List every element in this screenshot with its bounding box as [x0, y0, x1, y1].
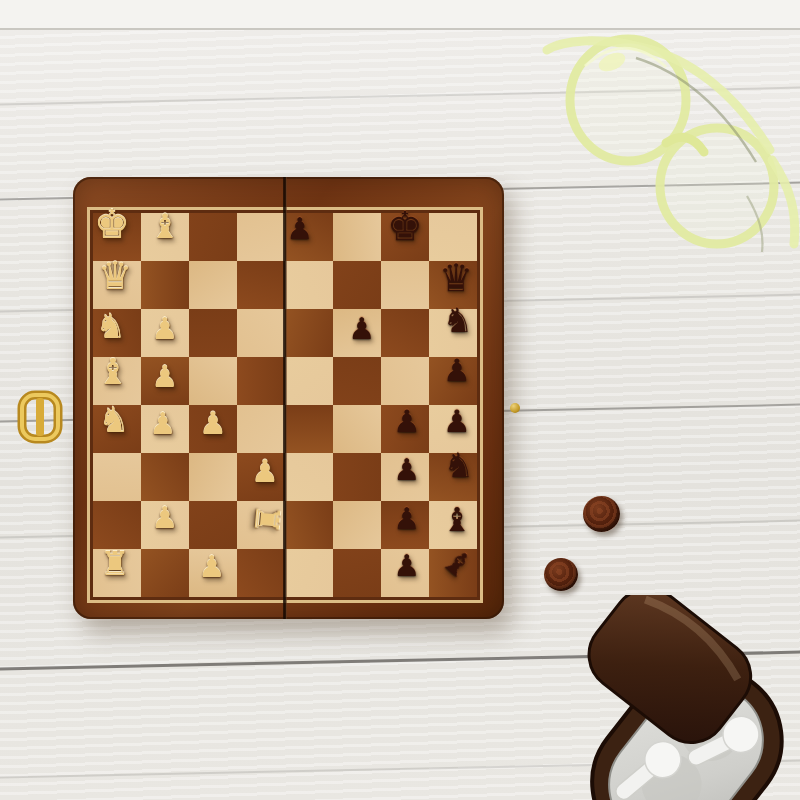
square-e3[interactable] — [285, 453, 333, 501]
white-knight-a4[interactable]: ♞ — [98, 403, 129, 438]
square-e6[interactable] — [285, 309, 333, 357]
square-e1[interactable] — [285, 549, 333, 597]
white-knight-a6[interactable]: ♞ — [96, 309, 126, 343]
square-e2[interactable] — [285, 501, 333, 549]
white-king-a8[interactable]: ♚ — [94, 204, 130, 244]
white-pawn-b5[interactable]: ♟ — [152, 362, 179, 392]
black-pawn-g2[interactable]: ♟ — [394, 504, 421, 534]
chess-board[interactable]: ♚♝♟♚♛♛♞♟♟♞♝♟♟♞♟♟♟♟♟♟♞♟♜♟♝♜♟♟♝ — [73, 177, 504, 619]
square-a2[interactable] — [93, 501, 141, 549]
square-f8[interactable] — [333, 213, 381, 261]
square-c6[interactable] — [189, 309, 237, 357]
square-d6[interactable] — [237, 309, 285, 357]
black-knight-h6[interactable]: ♞ — [443, 303, 473, 337]
square-d8[interactable] — [237, 213, 285, 261]
white-bishop-a5[interactable]: ♝ — [97, 354, 129, 390]
square-d1[interactable] — [237, 549, 285, 597]
square-b7[interactable] — [141, 261, 189, 309]
square-f5[interactable] — [333, 357, 381, 405]
white-pawn-c4[interactable]: ♟ — [199, 408, 227, 439]
square-e7[interactable] — [285, 261, 333, 309]
black-pawn-g4[interactable]: ♟ — [393, 406, 421, 437]
white-pawn-b6[interactable]: ♟ — [152, 314, 179, 344]
black-knight-h3[interactable]: ♞ — [444, 448, 474, 482]
brass-latch — [510, 403, 520, 413]
square-b1[interactable] — [141, 549, 189, 597]
square-e4[interactable] — [285, 405, 333, 453]
square-d4[interactable] — [237, 405, 285, 453]
captured-black-pawn[interactable] — [544, 558, 578, 591]
black-queen-h7[interactable]: ♛ — [439, 259, 473, 297]
black-king-g8[interactable]: ♚ — [387, 206, 423, 246]
black-pawn-f6[interactable]: ♟ — [349, 314, 376, 344]
captured-black-pawn[interactable] — [583, 496, 620, 532]
white-pawn-d3[interactable]: ♟ — [251, 456, 279, 487]
square-e5[interactable] — [285, 357, 333, 405]
square-h8[interactable] — [429, 213, 477, 261]
square-g7[interactable] — [381, 261, 429, 309]
brass-clasp — [16, 390, 64, 444]
white-pawn-b4[interactable]: ♟ — [150, 409, 177, 439]
square-c2[interactable] — [189, 501, 237, 549]
white-rook-a1[interactable]: ♜ — [100, 547, 130, 580]
square-f7[interactable] — [333, 261, 381, 309]
white-pawn-c1[interactable]: ♟ — [199, 552, 226, 582]
white-pawn-b2[interactable]: ♟ — [152, 503, 179, 533]
square-f3[interactable] — [333, 453, 381, 501]
square-c7[interactable] — [189, 261, 237, 309]
eyeglasses — [515, 0, 800, 265]
square-a3[interactable] — [93, 453, 141, 501]
white-bishop-b8[interactable]: ♝ — [150, 209, 180, 243]
square-f2[interactable] — [333, 501, 381, 549]
square-c3[interactable] — [189, 453, 237, 501]
black-pawn-h4[interactable]: ♟ — [443, 406, 471, 437]
square-d7[interactable] — [237, 261, 285, 309]
black-pawn-g1[interactable]: ♟ — [394, 551, 421, 581]
black-pawn-g3[interactable]: ♟ — [394, 455, 421, 485]
square-c5[interactable] — [189, 357, 237, 405]
photo-scene: ♚♝♟♚♛♛♞♟♟♞♝♟♟♞♟♟♟♟♟♟♞♟♜♟♝♜♟♟♝ — [0, 0, 800, 800]
square-f1[interactable] — [333, 549, 381, 597]
white-rook-d2[interactable]: ♜ — [249, 503, 284, 535]
square-g5[interactable] — [381, 357, 429, 405]
black-pawn-h5[interactable]: ♟ — [443, 355, 471, 386]
black-pawn-e8[interactable]: ♟ — [287, 214, 314, 244]
square-f4[interactable] — [333, 405, 381, 453]
square-c8[interactable] — [189, 213, 237, 261]
square-d5[interactable] — [237, 357, 285, 405]
lens-right — [660, 128, 774, 244]
square-g6[interactable] — [381, 309, 429, 357]
square-b3[interactable] — [141, 453, 189, 501]
white-queen-a7[interactable]: ♛ — [98, 257, 132, 295]
black-bishop-h2[interactable]: ♝ — [442, 503, 472, 536]
board-fold-seam — [283, 177, 287, 619]
airpods-case — [565, 595, 800, 800]
